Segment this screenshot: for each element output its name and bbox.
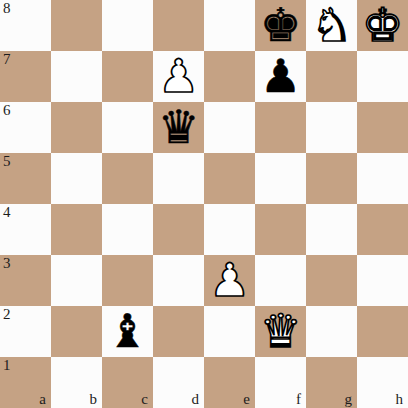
- square-g6[interactable]: [306, 102, 357, 153]
- file-label-c: c: [141, 391, 148, 408]
- square-b6[interactable]: [51, 102, 102, 153]
- square-e5[interactable]: [204, 153, 255, 204]
- file-label-b: b: [90, 391, 98, 408]
- square-g2[interactable]: [306, 306, 357, 357]
- file-label-g: g: [345, 391, 353, 408]
- piece-white-pawn[interactable]: ♟: [204, 255, 255, 306]
- square-d1[interactable]: d: [153, 357, 204, 408]
- square-b7[interactable]: [51, 51, 102, 102]
- rank-label-2: 2: [3, 306, 11, 323]
- square-f6[interactable]: [255, 102, 306, 153]
- square-e4[interactable]: [204, 204, 255, 255]
- piece-white-knight[interactable]: ♞: [306, 0, 357, 51]
- file-label-e: e: [243, 391, 250, 408]
- square-c2[interactable]: ♝: [102, 306, 153, 357]
- square-h1[interactable]: h: [357, 357, 408, 408]
- square-f3[interactable]: [255, 255, 306, 306]
- file-label-h: h: [396, 391, 404, 408]
- square-h8[interactable]: ♚: [357, 0, 408, 51]
- square-a8[interactable]: 8: [0, 0, 51, 51]
- square-e2[interactable]: [204, 306, 255, 357]
- square-h6[interactable]: [357, 102, 408, 153]
- square-d5[interactable]: [153, 153, 204, 204]
- piece-white-queen[interactable]: ♛: [255, 306, 306, 357]
- square-h2[interactable]: [357, 306, 408, 357]
- square-a6[interactable]: 6: [0, 102, 51, 153]
- square-a4[interactable]: 4: [0, 204, 51, 255]
- square-c1[interactable]: c: [102, 357, 153, 408]
- square-d2[interactable]: [153, 306, 204, 357]
- square-a2[interactable]: 2: [0, 306, 51, 357]
- piece-white-king[interactable]: ♚: [357, 0, 408, 51]
- square-h5[interactable]: [357, 153, 408, 204]
- square-e7[interactable]: [204, 51, 255, 102]
- square-c3[interactable]: [102, 255, 153, 306]
- square-b2[interactable]: [51, 306, 102, 357]
- square-f8[interactable]: ♚: [255, 0, 306, 51]
- square-h4[interactable]: [357, 204, 408, 255]
- square-f4[interactable]: [255, 204, 306, 255]
- square-c7[interactable]: [102, 51, 153, 102]
- rank-label-5: 5: [3, 153, 11, 170]
- square-d4[interactable]: [153, 204, 204, 255]
- square-f5[interactable]: [255, 153, 306, 204]
- square-g8[interactable]: ♞: [306, 0, 357, 51]
- square-g7[interactable]: [306, 51, 357, 102]
- square-e1[interactable]: e: [204, 357, 255, 408]
- square-h3[interactable]: [357, 255, 408, 306]
- file-label-a: a: [39, 391, 46, 408]
- rank-label-4: 4: [3, 204, 11, 221]
- square-f7[interactable]: ♟: [255, 51, 306, 102]
- square-c6[interactable]: [102, 102, 153, 153]
- square-b4[interactable]: [51, 204, 102, 255]
- square-d7[interactable]: ♟: [153, 51, 204, 102]
- square-g5[interactable]: [306, 153, 357, 204]
- rank-label-7: 7: [3, 51, 11, 68]
- square-b8[interactable]: [51, 0, 102, 51]
- square-d6[interactable]: ♛: [153, 102, 204, 153]
- rank-label-1: 1: [3, 357, 11, 374]
- square-g4[interactable]: [306, 204, 357, 255]
- square-g1[interactable]: g: [306, 357, 357, 408]
- square-a7[interactable]: 7: [0, 51, 51, 102]
- square-a5[interactable]: 5: [0, 153, 51, 204]
- square-e8[interactable]: [204, 0, 255, 51]
- piece-black-pawn[interactable]: ♟: [255, 51, 306, 102]
- rank-label-3: 3: [3, 255, 11, 272]
- square-g3[interactable]: [306, 255, 357, 306]
- square-f1[interactable]: f: [255, 357, 306, 408]
- file-label-d: d: [192, 391, 200, 408]
- square-e6[interactable]: [204, 102, 255, 153]
- chess-board: 8♚♞♚7♟♟6♛543♟2♝♛1abcdefgh: [0, 0, 408, 408]
- square-c4[interactable]: [102, 204, 153, 255]
- file-label-f: f: [296, 391, 301, 408]
- square-c5[interactable]: [102, 153, 153, 204]
- piece-black-bishop[interactable]: ♝: [102, 306, 153, 357]
- square-a1[interactable]: 1a: [0, 357, 51, 408]
- rank-label-6: 6: [3, 102, 11, 119]
- square-d3[interactable]: [153, 255, 204, 306]
- square-e3[interactable]: ♟: [204, 255, 255, 306]
- square-b1[interactable]: b: [51, 357, 102, 408]
- square-a3[interactable]: 3: [0, 255, 51, 306]
- square-b5[interactable]: [51, 153, 102, 204]
- square-h7[interactable]: [357, 51, 408, 102]
- square-f2[interactable]: ♛: [255, 306, 306, 357]
- square-b3[interactable]: [51, 255, 102, 306]
- piece-white-pawn[interactable]: ♟: [153, 51, 204, 102]
- square-d8[interactable]: [153, 0, 204, 51]
- square-c8[interactable]: [102, 0, 153, 51]
- rank-label-8: 8: [3, 0, 11, 17]
- piece-black-queen[interactable]: ♛: [153, 102, 204, 153]
- piece-black-king[interactable]: ♚: [255, 0, 306, 51]
